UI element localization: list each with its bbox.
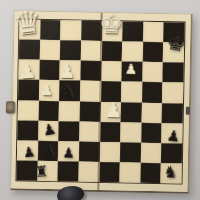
square-b6[interactable] [39, 60, 60, 81]
square-d1[interactable] [78, 161, 99, 182]
square-e3[interactable] [100, 122, 121, 143]
square-h5[interactable] [162, 83, 183, 104]
black-pawn-h3[interactable]: ♟ [165, 128, 180, 145]
square-e1[interactable] [99, 162, 120, 183]
black-pawn-b3[interactable]: ♟ [41, 121, 57, 138]
white-pawn-a6[interactable]: ♟ [19, 62, 37, 82]
square-f2[interactable] [120, 142, 141, 163]
square-g6[interactable] [142, 62, 163, 83]
square-g2[interactable] [141, 143, 162, 164]
square-h6[interactable] [163, 62, 184, 83]
square-h4[interactable] [162, 103, 183, 124]
square-b7[interactable] [39, 40, 60, 61]
white-pawn-c6[interactable]: ♟ [58, 62, 75, 81]
square-c7[interactable] [60, 40, 81, 61]
white-pawn-f6[interactable]: ♟ [125, 62, 138, 76]
square-f3[interactable] [120, 122, 141, 143]
square-c8[interactable] [60, 20, 81, 41]
black-pawn-c2[interactable]: ♟ [62, 145, 75, 159]
square-a5[interactable] [18, 80, 39, 101]
square-g7[interactable] [143, 42, 164, 63]
square-d3[interactable] [79, 121, 100, 142]
square-c1[interactable] [58, 161, 79, 182]
square-d4[interactable] [80, 101, 101, 122]
white-pawn-e4[interactable]: ♟ [105, 100, 123, 120]
square-g1[interactable] [140, 163, 161, 184]
square-c4[interactable] [59, 101, 80, 122]
square-e7[interactable] [101, 41, 122, 62]
square-a3[interactable] [17, 120, 38, 141]
white-king-e8[interactable]: ♚ [99, 10, 124, 37]
square-b4[interactable] [38, 100, 59, 121]
square-g3[interactable] [141, 122, 162, 143]
black-pawn-b2[interactable]: ♟ [42, 143, 57, 159]
square-f7[interactable] [122, 42, 143, 63]
square-g5[interactable] [142, 82, 163, 103]
square-c3[interactable] [58, 121, 79, 142]
black-king-h7[interactable]: ♚ [164, 31, 188, 56]
chess-board: ♛♚♚♟♟♟♟♞♟♟♟♟♟♟♜♞ [10, 10, 192, 193]
square-g4[interactable] [141, 102, 162, 123]
square-g8[interactable] [143, 22, 164, 43]
square-d6[interactable] [80, 61, 101, 82]
square-d2[interactable] [79, 141, 100, 162]
square-f1[interactable] [120, 162, 141, 183]
board-clasp-right [186, 107, 190, 115]
square-f5[interactable] [121, 82, 142, 103]
square-f8[interactable] [122, 21, 143, 42]
photo-scene: ♛♚♚♟♟♟♟♞♟♟♟♟♟♟♜♞ [0, 0, 200, 200]
black-pawn-a2[interactable]: ♟ [22, 144, 36, 159]
white-queen-a8[interactable]: ♛ [12, 5, 44, 40]
white-pawn-b5[interactable]: ♟ [41, 84, 54, 98]
black-rook-b1[interactable]: ♜ [34, 164, 49, 180]
black-knight-c5[interactable]: ♞ [60, 83, 76, 100]
square-h2[interactable] [161, 143, 182, 164]
square-e6[interactable] [101, 61, 122, 82]
square-d5[interactable] [80, 81, 101, 102]
square-f4[interactable] [121, 102, 142, 123]
black-knight-h1[interactable]: ♞ [162, 164, 178, 181]
square-e2[interactable] [99, 142, 120, 163]
board-clasp-left [6, 101, 15, 113]
square-a4[interactable] [18, 100, 39, 121]
square-d7[interactable] [81, 41, 102, 62]
